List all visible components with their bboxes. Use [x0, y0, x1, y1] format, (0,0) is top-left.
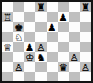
square-e2 — [47, 62, 58, 72]
square-e1 — [47, 72, 58, 81]
square-g8 — [69, 2, 80, 12]
black-pawn-f7: ♟ — [59, 13, 68, 23]
square-h2: ♙ — [80, 62, 91, 72]
square-f1 — [58, 72, 69, 81]
square-c5 — [24, 32, 35, 42]
white-rook-a7: ♖ — [3, 13, 12, 23]
square-h7 — [80, 12, 91, 22]
square-c8 — [24, 2, 35, 12]
black-queen-f2: ♛ — [59, 63, 68, 73]
square-c3: ♔ — [24, 52, 35, 62]
square-a7: ♖ — [2, 12, 13, 22]
square-d1 — [35, 72, 46, 81]
square-d7 — [35, 12, 46, 22]
square-f8 — [58, 2, 69, 12]
square-d6 — [35, 22, 46, 32]
square-g5 — [69, 32, 80, 42]
square-h4 — [80, 42, 91, 52]
square-b1 — [13, 72, 24, 81]
square-g2 — [69, 62, 80, 72]
square-b6: ♚ — [13, 22, 24, 32]
black-rook-h8: ♜ — [81, 3, 90, 13]
square-e6: ♟ — [47, 22, 58, 32]
white-pawn-h2: ♙ — [81, 63, 90, 73]
square-d2 — [35, 62, 46, 72]
square-g4 — [69, 42, 80, 52]
square-h6 — [80, 22, 91, 32]
square-b5: ♘ — [13, 32, 24, 42]
square-c4: ♟ — [24, 42, 35, 52]
black-pawn-e6: ♟ — [48, 23, 57, 33]
square-d5 — [35, 32, 46, 42]
square-h1 — [80, 72, 91, 81]
square-b8 — [13, 2, 24, 12]
white-king-c3: ♔ — [25, 53, 34, 63]
square-e5 — [47, 32, 58, 42]
square-h3 — [80, 52, 91, 62]
square-g6 — [69, 22, 80, 32]
white-pawn-g3: ♙ — [70, 53, 79, 63]
square-f5 — [58, 32, 69, 42]
square-f3 — [58, 52, 69, 62]
square-c2 — [24, 62, 35, 72]
square-a4: ♕ — [2, 42, 13, 52]
square-c1 — [24, 72, 35, 81]
square-h8: ♜ — [80, 2, 91, 12]
square-e8 — [47, 2, 58, 12]
square-e4 — [47, 42, 58, 52]
square-d8: ♜ — [35, 2, 46, 12]
square-g1 — [69, 72, 80, 81]
chess-diagram: ♜♜♖♟♚♟♘♕♟♙♔♞♙♙♛♙ — [0, 0, 93, 83]
square-e3 — [47, 52, 58, 62]
chess-board: ♜♜♖♟♚♟♘♕♟♙♔♞♙♙♛♙ — [0, 0, 93, 83]
square-d3: ♞ — [35, 52, 46, 62]
square-g3: ♙ — [69, 52, 80, 62]
square-b4 — [13, 42, 24, 52]
square-b3 — [13, 52, 24, 62]
square-a5 — [2, 32, 13, 42]
square-f2: ♛ — [58, 62, 69, 72]
black-knight-d3: ♞ — [36, 53, 45, 63]
square-a8 — [2, 2, 13, 12]
square-a3 — [2, 52, 13, 62]
square-b7 — [13, 12, 24, 22]
square-g7 — [69, 12, 80, 22]
square-f7: ♟ — [58, 12, 69, 22]
square-a2 — [2, 62, 13, 72]
white-queen-a4: ♕ — [3, 43, 12, 53]
square-f4 — [58, 42, 69, 52]
black-rook-d8: ♜ — [36, 3, 45, 13]
square-f6 — [58, 22, 69, 32]
square-e7 — [47, 12, 58, 22]
square-d4: ♙ — [35, 42, 46, 52]
square-c6 — [24, 22, 35, 32]
white-pawn-b2: ♙ — [14, 63, 23, 73]
white-knight-b5: ♘ — [14, 33, 23, 43]
square-a6 — [2, 22, 13, 32]
square-h5 — [80, 32, 91, 42]
square-a1 — [2, 72, 13, 81]
square-b2: ♙ — [13, 62, 24, 72]
square-c7 — [24, 12, 35, 22]
